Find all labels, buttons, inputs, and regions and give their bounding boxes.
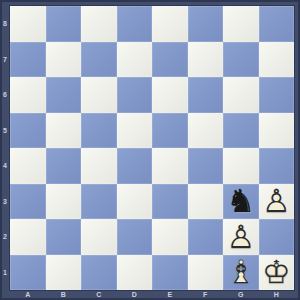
- rank-label-3: 3: [0, 184, 10, 220]
- square-c4[interactable]: [81, 148, 117, 184]
- square-g2[interactable]: ♟♙: [223, 219, 259, 255]
- square-f8[interactable]: [188, 6, 224, 42]
- square-d5[interactable]: [117, 113, 153, 149]
- square-g7[interactable]: [223, 42, 259, 78]
- square-g6[interactable]: [223, 77, 259, 113]
- piece-outline-glyph: ♙: [259, 184, 295, 220]
- rank-label-5: 5: [0, 113, 10, 149]
- square-g8[interactable]: [223, 6, 259, 42]
- square-b4[interactable]: [46, 148, 82, 184]
- square-e1[interactable]: [152, 255, 188, 291]
- black-knight[interactable]: ♞: [223, 184, 259, 220]
- square-g1[interactable]: ♝♗: [223, 255, 259, 291]
- file-label-c: C: [81, 289, 117, 300]
- square-c1[interactable]: [81, 255, 117, 291]
- square-h3[interactable]: ♟♙: [259, 184, 295, 220]
- square-h8[interactable]: [259, 6, 295, 42]
- square-a4[interactable]: [10, 148, 46, 184]
- square-a3[interactable]: [10, 184, 46, 220]
- square-a7[interactable]: [10, 42, 46, 78]
- file-label-g: G: [223, 289, 259, 300]
- square-d7[interactable]: [117, 42, 153, 78]
- square-d1[interactable]: [117, 255, 153, 291]
- square-d2[interactable]: [117, 219, 153, 255]
- square-f4[interactable]: [188, 148, 224, 184]
- square-a2[interactable]: [10, 219, 46, 255]
- square-e5[interactable]: [152, 113, 188, 149]
- file-label-e: E: [152, 289, 188, 300]
- square-e3[interactable]: [152, 184, 188, 220]
- square-f1[interactable]: [188, 255, 224, 291]
- square-a6[interactable]: [10, 77, 46, 113]
- square-d3[interactable]: [117, 184, 153, 220]
- square-d8[interactable]: [117, 6, 153, 42]
- piece-outline-glyph: ♙: [223, 219, 259, 255]
- square-d6[interactable]: [117, 77, 153, 113]
- square-d4[interactable]: [117, 148, 153, 184]
- square-h5[interactable]: [259, 113, 295, 149]
- square-e6[interactable]: [152, 77, 188, 113]
- square-c8[interactable]: [81, 6, 117, 42]
- chess-board-frame: ♞♟♙♟♙♝♗♚♔ 87654321 ABCDEFGH: [0, 0, 300, 300]
- square-a5[interactable]: [10, 113, 46, 149]
- square-a1[interactable]: [10, 255, 46, 291]
- piece-outline-glyph: ♔: [259, 255, 295, 291]
- square-c2[interactable]: [81, 219, 117, 255]
- square-b1[interactable]: [46, 255, 82, 291]
- square-h6[interactable]: [259, 77, 295, 113]
- square-b7[interactable]: [46, 42, 82, 78]
- rank-label-7: 7: [0, 42, 10, 78]
- rank-label-1: 1: [0, 255, 10, 291]
- square-e4[interactable]: [152, 148, 188, 184]
- square-e7[interactable]: [152, 42, 188, 78]
- square-h1[interactable]: ♚♔: [259, 255, 295, 291]
- white-bishop[interactable]: ♝♗: [223, 255, 259, 291]
- square-b3[interactable]: [46, 184, 82, 220]
- square-c3[interactable]: [81, 184, 117, 220]
- file-label-h: H: [259, 289, 295, 300]
- square-h4[interactable]: [259, 148, 295, 184]
- rank-label-8: 8: [0, 6, 10, 42]
- piece-glyph: ♞: [223, 184, 259, 220]
- square-b5[interactable]: [46, 113, 82, 149]
- white-pawn[interactable]: ♟♙: [223, 219, 259, 255]
- file-label-f: F: [188, 289, 224, 300]
- chess-board: ♞♟♙♟♙♝♗♚♔: [10, 6, 294, 290]
- white-pawn[interactable]: ♟♙: [259, 184, 295, 220]
- piece-outline-glyph: ♗: [223, 255, 259, 291]
- square-g3[interactable]: ♞: [223, 184, 259, 220]
- square-g4[interactable]: [223, 148, 259, 184]
- square-a8[interactable]: [10, 6, 46, 42]
- square-c7[interactable]: [81, 42, 117, 78]
- square-f2[interactable]: [188, 219, 224, 255]
- file-label-a: A: [10, 289, 46, 300]
- square-f3[interactable]: [188, 184, 224, 220]
- square-h7[interactable]: [259, 42, 295, 78]
- square-h2[interactable]: [259, 219, 295, 255]
- square-b2[interactable]: [46, 219, 82, 255]
- rank-label-6: 6: [0, 77, 10, 113]
- square-c6[interactable]: [81, 77, 117, 113]
- square-g5[interactable]: [223, 113, 259, 149]
- rank-labels: 87654321: [0, 6, 10, 290]
- rank-label-2: 2: [0, 219, 10, 255]
- square-f5[interactable]: [188, 113, 224, 149]
- square-f6[interactable]: [188, 77, 224, 113]
- white-king[interactable]: ♚♔: [259, 255, 295, 291]
- square-b6[interactable]: [46, 77, 82, 113]
- square-e2[interactable]: [152, 219, 188, 255]
- file-label-d: D: [117, 289, 153, 300]
- square-f7[interactable]: [188, 42, 224, 78]
- file-label-b: B: [46, 289, 82, 300]
- square-b8[interactable]: [46, 6, 82, 42]
- file-labels: ABCDEFGH: [10, 289, 294, 300]
- rank-label-4: 4: [0, 148, 10, 184]
- square-c5[interactable]: [81, 113, 117, 149]
- square-e8[interactable]: [152, 6, 188, 42]
